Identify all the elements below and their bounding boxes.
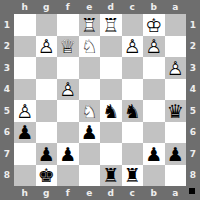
file-label-top-h: h [14,0,36,14]
square-b6[interactable] [143,122,165,144]
rank-label-left-5: 5 [0,100,14,122]
square-d7[interactable] [100,143,122,165]
piece-black-pawn-b7[interactable]: ♟ [143,143,165,165]
square-a5[interactable]: ♛ [165,100,187,122]
piece-black-knight-c5[interactable]: ♞ [122,100,144,122]
board: ♜♖♜♖♚♔♟♙♛♕♞♘♟♙♟♙♟♙♟♙♟♙♞♘♞♞♛♟♟♟♟♟♟♚♜♜ [14,14,186,186]
file-label-bottom-a: a [165,186,187,200]
rank-label-right-8: 8 [186,165,200,187]
square-d2[interactable] [100,36,122,58]
file-label-bottom-b: b [143,186,165,200]
square-c8[interactable]: ♜ [122,165,144,187]
file-label-top-c: c [122,0,144,14]
file-label-bottom-e: e [79,186,101,200]
square-b3[interactable] [143,57,165,79]
square-g7[interactable]: ♟ [36,143,58,165]
square-e5[interactable]: ♞♘ [79,100,101,122]
piece-white-pawn-b2[interactable]: ♟♙ [143,36,165,58]
file-label-top-e: e [79,0,101,14]
rank-label-right-4: 4 [186,79,200,101]
black-to-move-indicator [189,188,195,194]
square-d6[interactable] [100,122,122,144]
square-d4[interactable] [100,79,122,101]
piece-black-pawn-a7[interactable]: ♟ [165,143,187,165]
square-c6[interactable] [122,122,144,144]
square-f4[interactable]: ♟♙ [57,79,79,101]
square-c2[interactable]: ♟♙ [122,36,144,58]
piece-white-pawn-f4[interactable]: ♟♙ [57,79,79,101]
square-g1[interactable] [36,14,58,36]
piece-white-knight-e5[interactable]: ♞♘ [79,100,101,122]
square-f2[interactable]: ♛♕ [57,36,79,58]
square-e3[interactable] [79,57,101,79]
piece-black-rook-d8[interactable]: ♜ [100,165,122,187]
square-b8[interactable] [143,165,165,187]
square-f6[interactable] [57,122,79,144]
piece-black-pawn-f7[interactable]: ♟ [57,143,79,165]
square-a6[interactable] [165,122,187,144]
square-c5[interactable]: ♞ [122,100,144,122]
square-b7[interactable]: ♟ [143,143,165,165]
file-label-bottom-d: d [100,186,122,200]
square-g6[interactable] [36,122,58,144]
square-h2[interactable] [14,36,36,58]
square-b1[interactable]: ♚♔ [143,14,165,36]
file-label-bottom-c: c [122,186,144,200]
piece-white-king-b1[interactable]: ♚♔ [143,14,165,36]
rank-label-left-2: 2 [0,36,14,58]
piece-white-rook-d1[interactable]: ♜♖ [100,14,122,36]
piece-black-knight-d5[interactable]: ♞ [100,100,122,122]
square-f3[interactable] [57,57,79,79]
square-f8[interactable] [57,165,79,187]
square-h4[interactable] [14,79,36,101]
file-label-bottom-g: g [36,186,58,200]
square-e7[interactable] [79,143,101,165]
rank-label-left-7: 7 [0,143,14,165]
square-g3[interactable] [36,57,58,79]
rank-label-right-5: 5 [186,100,200,122]
square-e8[interactable] [79,165,101,187]
file-label-top-d: d [100,0,122,14]
square-d1[interactable]: ♜♖ [100,14,122,36]
rank-label-right-3: 3 [186,57,200,79]
square-e4[interactable] [79,79,101,101]
rank-label-left-3: 3 [0,57,14,79]
square-f1[interactable] [57,14,79,36]
square-d5[interactable]: ♞ [100,100,122,122]
square-d8[interactable]: ♜ [100,165,122,187]
piece-white-pawn-c2[interactable]: ♟♙ [122,36,144,58]
piece-white-knight-e2[interactable]: ♞♘ [79,36,101,58]
square-h5[interactable]: ♟♙ [14,100,36,122]
piece-white-queen-f2[interactable]: ♛♕ [57,36,79,58]
file-label-top-b: b [143,0,165,14]
square-a2[interactable] [165,36,187,58]
rank-label-left-1: 1 [0,14,14,36]
square-b5[interactable] [143,100,165,122]
square-h8[interactable] [14,165,36,187]
square-g2[interactable]: ♟♙ [36,36,58,58]
rank-label-left-8: 8 [0,165,14,187]
rank-label-left-4: 4 [0,79,14,101]
square-g8[interactable]: ♚ [36,165,58,187]
piece-white-pawn-a3[interactable]: ♟♙ [165,57,187,79]
square-h3[interactable] [14,57,36,79]
square-h1[interactable] [14,14,36,36]
rank-label-right-1: 1 [186,14,200,36]
square-h6[interactable]: ♟ [14,122,36,144]
piece-black-pawn-g7[interactable]: ♟ [36,143,58,165]
square-f5[interactable] [57,100,79,122]
file-label-bottom-f: f [57,186,79,200]
square-c4[interactable] [122,79,144,101]
square-e1[interactable]: ♜♖ [79,14,101,36]
square-a7[interactable]: ♟ [165,143,187,165]
file-label-top-a: a [165,0,187,14]
square-c3[interactable] [122,57,144,79]
square-a3[interactable]: ♟♙ [165,57,187,79]
file-label-bottom-h: h [14,186,36,200]
square-f7[interactable]: ♟ [57,143,79,165]
square-c1[interactable] [122,14,144,36]
square-h7[interactable] [14,143,36,165]
chess-diagram: ♜♖♜♖♚♔♟♙♛♕♞♘♟♙♟♙♟♙♟♙♟♙♞♘♞♞♛♟♟♟♟♟♟♚♜♜ hhg… [0,0,200,200]
piece-white-pawn-g2[interactable]: ♟♙ [36,36,58,58]
file-label-top-f: f [57,0,79,14]
rank-label-right-2: 2 [186,36,200,58]
square-g5[interactable] [36,100,58,122]
square-g4[interactable] [36,79,58,101]
piece-black-queen-a5[interactable]: ♛ [165,100,187,122]
piece-white-pawn-h5[interactable]: ♟♙ [14,100,36,122]
square-a4[interactable] [165,79,187,101]
square-a8[interactable] [165,165,187,187]
rank-label-right-7: 7 [186,143,200,165]
piece-white-rook-e1[interactable]: ♜♖ [79,14,101,36]
square-a1[interactable] [165,14,187,36]
piece-black-pawn-h6[interactable]: ♟ [14,122,36,144]
piece-black-pawn-e6[interactable]: ♟ [79,122,101,144]
square-c7[interactable] [122,143,144,165]
square-b2[interactable]: ♟♙ [143,36,165,58]
piece-black-king-g8[interactable]: ♚ [36,165,58,187]
piece-black-rook-c8[interactable]: ♜ [122,165,144,187]
rank-label-right-6: 6 [186,122,200,144]
square-d3[interactable] [100,57,122,79]
square-b4[interactable] [143,79,165,101]
file-label-top-g: g [36,0,58,14]
square-e2[interactable]: ♞♘ [79,36,101,58]
square-e6[interactable]: ♟ [79,122,101,144]
rank-label-left-6: 6 [0,122,14,144]
